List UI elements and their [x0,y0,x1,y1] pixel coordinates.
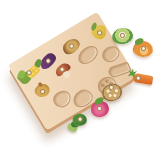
mushroom-stem [62,70,71,79]
piece-cucumber[interactable] [111,27,134,46]
product-photo-scene [0,0,160,160]
piece-carrot[interactable] [126,68,155,87]
piece-broccoli[interactable] [66,113,89,133]
peg-knob [97,106,102,111]
peg-knob [108,85,114,91]
piece-pumpkin[interactable] [132,40,154,58]
slot-pumpkin-recess [99,43,122,65]
slot-radish-recess [50,88,74,111]
piece-onion[interactable] [32,80,52,100]
peg-knob [120,33,126,39]
piece-mushroom[interactable] [53,61,75,82]
piece-pear[interactable] [89,21,109,42]
pumpkin-leaf [134,38,144,46]
peg-knob [141,46,146,51]
piece-radish[interactable] [90,100,109,118]
